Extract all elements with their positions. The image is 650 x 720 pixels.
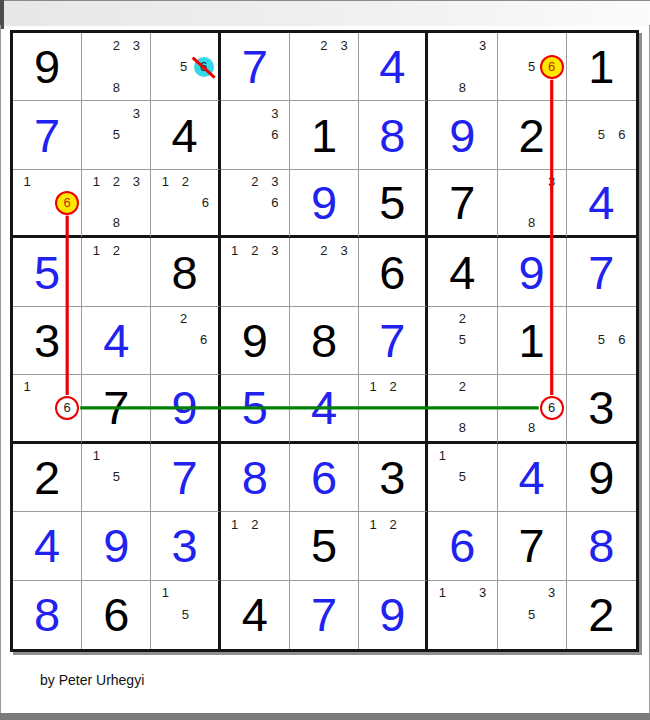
solved-digit: 4 xyxy=(379,43,405,90)
given-digit: 2 xyxy=(34,454,60,501)
given-digit: 5 xyxy=(311,522,337,569)
cell-r7c7[interactable]: 15 xyxy=(428,444,497,512)
solved-digit: 8 xyxy=(588,522,614,569)
solved-digit: 4 xyxy=(103,317,129,364)
candidate-digit: 5 xyxy=(106,125,126,145)
candidates: 12 xyxy=(359,512,425,579)
cell-r4c2[interactable]: 12 xyxy=(82,238,151,306)
cell-r7c8[interactable]: 4 xyxy=(498,444,567,512)
candidate-start-circle: 6 xyxy=(542,57,562,77)
sudoku-grid: 9238567234385617354361892561612381262369… xyxy=(13,33,636,649)
candidate-digit: 6 xyxy=(265,193,285,213)
cell-r9c8[interactable]: 35 xyxy=(498,581,567,649)
candidate-digit: 1 xyxy=(363,377,383,397)
candidate-digit: 5 xyxy=(591,125,611,145)
solved-digit: 7 xyxy=(171,454,197,501)
solved-digit: 4 xyxy=(588,179,614,226)
given-digit: 1 xyxy=(311,112,337,159)
candidates: 123 xyxy=(221,238,289,305)
cell-r4c7[interactable]: 4 xyxy=(428,238,497,306)
cell-r2c3[interactable]: 4 xyxy=(151,101,220,169)
author-byline: by Peter Urhegyi xyxy=(40,672,144,688)
solved-digit: 8 xyxy=(34,591,60,638)
candidates: 68 xyxy=(498,375,566,440)
solved-digit: 6 xyxy=(449,522,475,569)
cell-r1c5[interactable]: 23 xyxy=(290,33,359,101)
bottom-status-bar xyxy=(0,713,650,720)
cell-r3c1[interactable]: 16 xyxy=(13,170,82,238)
solved-digit: 9 xyxy=(379,591,405,638)
cell-r4c5[interactable]: 23 xyxy=(290,238,359,306)
candidate-digit: 1 xyxy=(225,515,245,535)
candidate-digit: 8 xyxy=(452,78,472,98)
candidate-digit: 3 xyxy=(126,104,146,124)
candidates: 12 xyxy=(82,238,150,305)
candidate-digit: 2 xyxy=(106,241,126,261)
cell-r5c9[interactable]: 56 xyxy=(567,307,636,375)
candidate-digit: 1 xyxy=(432,446,452,466)
candidates: 16 xyxy=(13,170,81,235)
cell-r3c2[interactable]: 1238 xyxy=(82,170,151,238)
candidate-digit: 1 xyxy=(17,377,37,397)
cell-r9c1[interactable]: 8 xyxy=(13,581,82,649)
candidates: 1238 xyxy=(82,170,150,235)
cell-r5c3[interactable]: 26 xyxy=(151,307,220,375)
candidate-digit: 3 xyxy=(542,583,562,603)
cell-r8c6[interactable]: 12 xyxy=(359,512,428,580)
candidates: 38 xyxy=(428,33,496,100)
cell-r1c2[interactable]: 238 xyxy=(82,33,151,101)
solved-digit: 5 xyxy=(242,384,268,431)
candidate-digit: 5 xyxy=(106,467,126,487)
candidate-digit: 2 xyxy=(245,241,265,261)
candidate-digit: 2 xyxy=(383,377,403,397)
solved-digit: 9 xyxy=(449,112,475,159)
solved-digit: 9 xyxy=(171,384,197,431)
candidate-end-circle: 6 xyxy=(542,398,562,418)
candidate-digit: 3 xyxy=(473,36,493,56)
cell-r9c7[interactable]: 13 xyxy=(428,581,497,649)
candidate-digit: 2 xyxy=(452,377,472,397)
candidate-digit: 1 xyxy=(86,241,106,261)
solved-digit: 8 xyxy=(379,112,405,159)
candidate-digit: 8 xyxy=(106,213,126,233)
given-digit: 3 xyxy=(34,317,60,364)
candidate-digit: 1 xyxy=(432,583,452,603)
candidate-digit: 2 xyxy=(174,309,194,329)
candidates: 236 xyxy=(221,170,289,235)
candidate-digit: 1 xyxy=(225,241,245,261)
candidate-digit: 3 xyxy=(334,241,354,261)
candidates: 13 xyxy=(428,581,496,649)
cell-r2c1[interactable]: 7 xyxy=(13,101,82,169)
cell-r4c8[interactable]: 9 xyxy=(498,238,567,306)
given-digit: 7 xyxy=(103,384,129,431)
candidate-digit: 6 xyxy=(265,125,285,145)
cell-r5c1[interactable]: 3 xyxy=(13,307,82,375)
candidates: 36 xyxy=(221,101,289,168)
candidate-digit: 3 xyxy=(126,172,146,192)
cell-r5c6[interactable]: 7 xyxy=(359,307,428,375)
cell-r4c4[interactable]: 123 xyxy=(221,238,290,306)
cell-r2c6[interactable]: 8 xyxy=(359,101,428,169)
candidate-digit: 1 xyxy=(17,172,37,192)
candidates: 126 xyxy=(151,170,217,235)
candidate-digit: 5 xyxy=(175,605,195,625)
given-digit: 9 xyxy=(34,43,60,90)
candidate-digit: 8 xyxy=(106,78,126,98)
left-window-edge xyxy=(0,25,1,713)
cell-r3c9[interactable]: 4 xyxy=(567,170,636,238)
candidate-digit: 2 xyxy=(245,172,265,192)
cell-r8c4[interactable]: 12 xyxy=(221,512,290,580)
candidate-digit: 1 xyxy=(155,583,175,603)
solved-digit: 4 xyxy=(519,454,545,501)
candidates: 15 xyxy=(82,444,150,511)
cell-r2c7[interactable]: 9 xyxy=(428,101,497,169)
cell-r3c7[interactable]: 7 xyxy=(428,170,497,238)
cell-r4c9[interactable]: 7 xyxy=(567,238,636,306)
cell-r9c9[interactable]: 2 xyxy=(567,581,636,649)
candidate-end-circle: 6 xyxy=(57,398,77,418)
candidate-digit: 5 xyxy=(591,330,611,350)
solved-digit: 9 xyxy=(519,249,545,296)
given-digit: 2 xyxy=(588,591,614,638)
solved-digit: 4 xyxy=(311,384,337,431)
given-digit: 4 xyxy=(449,249,475,296)
cell-r7c3[interactable]: 7 xyxy=(151,444,220,512)
given-digit: 8 xyxy=(171,249,197,296)
cell-r5c5[interactable]: 8 xyxy=(290,307,359,375)
cell-r6c7[interactable]: 28 xyxy=(428,375,497,443)
cell-r6c9[interactable]: 3 xyxy=(567,375,636,443)
sudoku-applet: 9238567234385617354361892561612381262369… xyxy=(0,0,650,720)
candidates: 25 xyxy=(428,307,496,374)
cell-r9c2[interactable]: 6 xyxy=(82,581,151,649)
cell-r3c5[interactable]: 9 xyxy=(290,170,359,238)
cell-r7c2[interactable]: 15 xyxy=(82,444,151,512)
candidate-digit: 2 xyxy=(314,36,334,56)
cell-r8c9[interactable]: 8 xyxy=(567,512,636,580)
candidate-digit: 6 xyxy=(195,193,215,213)
solved-digit: 6 xyxy=(311,454,337,501)
candidate-digit: 5 xyxy=(452,330,472,350)
solved-digit: 7 xyxy=(311,591,337,638)
candidates: 56 xyxy=(151,33,217,100)
candidate-digit: 2 xyxy=(106,36,126,56)
solved-digit: 4 xyxy=(34,522,60,569)
candidates: 35 xyxy=(82,101,150,168)
candidate-digit: 8 xyxy=(452,418,472,438)
candidates: 15 xyxy=(151,581,217,649)
cell-r9c5[interactable]: 7 xyxy=(290,581,359,649)
cell-r6c8[interactable]: 68 xyxy=(498,375,567,443)
candidate-digit: 8 xyxy=(522,418,542,438)
candidate-digit: 5 xyxy=(452,467,472,487)
cell-r3c8[interactable]: 38 xyxy=(498,170,567,238)
candidate-digit: 3 xyxy=(265,104,285,124)
cell-r5c8[interactable]: 1 xyxy=(498,307,567,375)
candidate-digit: 5 xyxy=(522,57,542,77)
candidates: 35 xyxy=(498,581,566,649)
candidates: 26 xyxy=(151,307,217,374)
solved-digit: 3 xyxy=(171,522,197,569)
given-digit: 9 xyxy=(588,454,614,501)
given-digit: 1 xyxy=(519,317,545,364)
given-digit: 3 xyxy=(588,384,614,431)
candidate-digit: 3 xyxy=(473,583,493,603)
cell-r2c5[interactable]: 1 xyxy=(290,101,359,169)
solved-digit: 5 xyxy=(34,249,60,296)
solved-digit: 8 xyxy=(242,454,268,501)
candidate-digit: 2 xyxy=(452,309,472,329)
cell-r1c9[interactable]: 1 xyxy=(567,33,636,101)
candidates: 12 xyxy=(359,375,425,440)
candidate-digit: 8 xyxy=(522,213,542,233)
cell-r3c4[interactable]: 236 xyxy=(221,170,290,238)
cell-r5c2[interactable]: 4 xyxy=(82,307,151,375)
candidate-elim-circle: 6 xyxy=(194,57,214,77)
cell-r6c3[interactable]: 9 xyxy=(151,375,220,443)
cell-r9c4[interactable]: 4 xyxy=(221,581,290,649)
given-digit: 6 xyxy=(103,591,129,638)
candidate-digit: 1 xyxy=(155,172,175,192)
cell-r8c5[interactable]: 5 xyxy=(290,512,359,580)
candidate-digit: 3 xyxy=(542,172,562,192)
cell-r8c8[interactable]: 7 xyxy=(498,512,567,580)
cell-r1c1[interactable]: 9 xyxy=(13,33,82,101)
cell-r4c3[interactable]: 8 xyxy=(151,238,220,306)
cell-r2c9[interactable]: 56 xyxy=(567,101,636,169)
candidate-digit: 2 xyxy=(106,172,126,192)
candidates: 16 xyxy=(13,375,81,440)
cell-r7c9[interactable]: 9 xyxy=(567,444,636,512)
solved-digit: 7 xyxy=(34,112,60,159)
candidate-digit: 1 xyxy=(86,446,106,466)
cell-r2c2[interactable]: 35 xyxy=(82,101,151,169)
cell-r9c3[interactable]: 15 xyxy=(151,581,220,649)
solved-digit: 9 xyxy=(103,522,129,569)
solved-digit: 7 xyxy=(379,317,405,364)
given-digit: 1 xyxy=(588,43,614,90)
given-digit: 2 xyxy=(519,112,545,159)
candidates: 56 xyxy=(567,101,636,168)
candidate-digit: 5 xyxy=(522,605,542,625)
candidate-digit: 6 xyxy=(612,125,632,145)
candidates: 12 xyxy=(221,512,289,579)
candidates: 23 xyxy=(290,238,358,305)
candidate-digit: 6 xyxy=(612,330,632,350)
given-digit: 6 xyxy=(379,249,405,296)
cell-r5c4[interactable]: 9 xyxy=(221,307,290,375)
cell-r6c1[interactable]: 16 xyxy=(13,375,82,443)
candidates: 38 xyxy=(498,170,566,235)
candidate-digit: 2 xyxy=(383,515,403,535)
candidate-digit: 3 xyxy=(265,172,285,192)
cell-r8c2[interactable]: 9 xyxy=(82,512,151,580)
solved-digit: 7 xyxy=(242,43,268,90)
cell-r1c6[interactable]: 4 xyxy=(359,33,428,101)
given-digit: 4 xyxy=(242,591,268,638)
candidates: 238 xyxy=(82,33,150,100)
given-digit: 7 xyxy=(519,522,545,569)
cell-r5c7[interactable]: 25 xyxy=(428,307,497,375)
candidate-digit: 1 xyxy=(363,515,383,535)
cell-r1c3[interactable]: 56 xyxy=(151,33,220,101)
cell-r8c1[interactable]: 4 xyxy=(13,512,82,580)
cell-r9c6[interactable]: 9 xyxy=(359,581,428,649)
cell-r6c5[interactable]: 4 xyxy=(290,375,359,443)
given-digit: 4 xyxy=(171,112,197,159)
cell-r3c6[interactable]: 5 xyxy=(359,170,428,238)
cell-r1c8[interactable]: 56 xyxy=(498,33,567,101)
candidates: 56 xyxy=(498,33,566,100)
candidates: 28 xyxy=(428,375,496,440)
cell-r7c4[interactable]: 8 xyxy=(221,444,290,512)
candidate-digit: 2 xyxy=(314,241,334,261)
cell-r2c8[interactable]: 2 xyxy=(498,101,567,169)
candidate-digit: 5 xyxy=(174,57,194,77)
candidate-digit: 3 xyxy=(126,36,146,56)
solved-digit: 9 xyxy=(311,179,337,226)
candidate-start-circle: 6 xyxy=(57,193,77,213)
cell-r6c2[interactable]: 7 xyxy=(82,375,151,443)
given-digit: 8 xyxy=(311,317,337,364)
cell-r6c4[interactable]: 5 xyxy=(221,375,290,443)
cell-r1c4[interactable]: 7 xyxy=(221,33,290,101)
candidate-digit: 2 xyxy=(245,515,265,535)
candidate-digit: 3 xyxy=(265,241,285,261)
cell-r7c5[interactable]: 6 xyxy=(290,444,359,512)
cell-r7c1[interactable]: 2 xyxy=(13,444,82,512)
cell-r6c6[interactable]: 12 xyxy=(359,375,428,443)
given-digit: 3 xyxy=(379,454,405,501)
cell-r8c7[interactable]: 6 xyxy=(428,512,497,580)
candidates: 56 xyxy=(567,307,636,374)
candidate-digit: 3 xyxy=(334,36,354,56)
candidates: 15 xyxy=(428,444,496,511)
given-digit: 5 xyxy=(379,179,405,226)
candidate-digit: 1 xyxy=(86,172,106,192)
cell-r2c4[interactable]: 36 xyxy=(221,101,290,169)
candidate-digit: 2 xyxy=(175,172,195,192)
given-digit: 7 xyxy=(449,179,475,226)
top-toolbar xyxy=(0,0,650,26)
given-digit: 9 xyxy=(242,317,268,364)
cell-r4c6[interactable]: 6 xyxy=(359,238,428,306)
cell-r8c3[interactable]: 3 xyxy=(151,512,220,580)
candidates: 23 xyxy=(290,33,358,100)
candidate-digit: 6 xyxy=(194,330,214,350)
cell-r1c7[interactable]: 38 xyxy=(428,33,497,101)
cell-r7c6[interactable]: 3 xyxy=(359,444,428,512)
cell-r3c3[interactable]: 126 xyxy=(151,170,220,238)
sudoku-board[interactable]: 9238567234385617354361892561612381262369… xyxy=(10,30,639,652)
cell-r4c1[interactable]: 5 xyxy=(13,238,82,306)
solved-digit: 7 xyxy=(588,249,614,296)
